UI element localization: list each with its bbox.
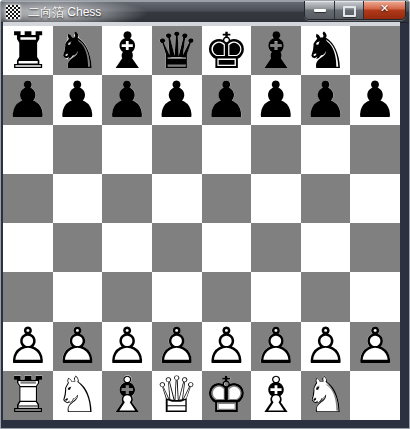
square-f2[interactable]: ♟♙	[251, 322, 301, 371]
black-pawn-glyph: ♟	[3, 75, 53, 124]
piece-black-pawn[interactable]: ♙♟	[301, 75, 351, 124]
white-pawn-glyph: ♙	[53, 322, 103, 371]
piece-white-pawn[interactable]: ♟♙	[3, 322, 53, 371]
piece-white-rook[interactable]: ♜♖	[3, 371, 53, 420]
square-c3[interactable]	[102, 272, 152, 321]
black-rook-glyph: ♜	[3, 26, 53, 75]
black-bishop-glyph: ♝	[251, 26, 301, 75]
square-g3[interactable]	[301, 272, 351, 321]
square-a7[interactable]: ♙♟	[3, 75, 53, 124]
square-f1[interactable]: ♝♗	[251, 371, 301, 420]
minimize-icon	[314, 9, 326, 12]
square-e8[interactable]: ♔♚	[202, 26, 252, 75]
piece-black-bishop[interactable]: ♗♝	[102, 26, 152, 75]
square-f7[interactable]: ♙♟	[251, 75, 301, 124]
white-pawn-glyph: ♙	[3, 322, 53, 371]
square-d5[interactable]	[152, 174, 202, 223]
piece-white-pawn[interactable]: ♟♙	[202, 322, 252, 371]
piece-black-pawn[interactable]: ♙♟	[152, 75, 202, 124]
square-b4[interactable]	[53, 223, 103, 272]
square-a2[interactable]: ♟♙	[3, 322, 53, 371]
close-icon: ✕	[364, 2, 405, 15]
square-h3[interactable]	[350, 272, 400, 321]
square-g4[interactable]	[301, 223, 351, 272]
white-king-glyph: ♔	[202, 371, 252, 420]
piece-white-knight[interactable]: ♞♘	[301, 371, 351, 420]
close-button[interactable]: ✕	[363, 1, 405, 19]
window-title: 二向箔 Chess	[28, 4, 101, 21]
black-bishop-glyph: ♝	[102, 26, 152, 75]
piece-black-queen[interactable]: ♕♛	[152, 26, 202, 75]
square-b8[interactable]: ♘♞	[53, 26, 103, 75]
chess-board: ♖♜♘♞♗♝♕♛♔♚♗♝♘♞♙♟♙♟♙♟♙♟♙♟♙♟♙♟♙♟♟♙♟♙♟♙♟♙♟♙…	[3, 26, 400, 420]
square-c4[interactable]	[102, 223, 152, 272]
square-h2[interactable]: ♟♙	[350, 322, 400, 371]
black-pawn-glyph: ♟	[202, 75, 252, 124]
square-a4[interactable]	[3, 223, 53, 272]
white-pawn-glyph: ♙	[202, 322, 252, 371]
white-knight-glyph: ♘	[53, 371, 103, 420]
piece-white-queen[interactable]: ♛♕	[152, 371, 202, 420]
square-g8[interactable]: ♘♞	[301, 26, 351, 75]
square-g1[interactable]: ♞♘	[301, 371, 351, 420]
piece-black-knight[interactable]: ♘♞	[53, 26, 103, 75]
piece-white-pawn[interactable]: ♟♙	[301, 322, 351, 371]
square-d7[interactable]: ♙♟	[152, 75, 202, 124]
black-king-glyph: ♚	[202, 26, 252, 75]
square-h6[interactable]	[350, 125, 400, 174]
square-g2[interactable]: ♟♙	[301, 322, 351, 371]
piece-black-pawn[interactable]: ♙♟	[102, 75, 152, 124]
piece-black-king[interactable]: ♔♚	[202, 26, 252, 75]
titlebar[interactable]: 二向箔 Chess ✕	[1, 1, 409, 23]
black-pawn-glyph: ♟	[301, 75, 351, 124]
black-pawn-glyph: ♟	[53, 75, 103, 124]
square-h5[interactable]	[350, 174, 400, 223]
piece-black-pawn[interactable]: ♙♟	[350, 75, 400, 124]
piece-white-bishop[interactable]: ♝♗	[102, 371, 152, 420]
square-a8[interactable]: ♖♜	[3, 26, 53, 75]
square-h4[interactable]	[350, 223, 400, 272]
black-pawn-glyph: ♟	[350, 75, 400, 124]
square-e2[interactable]: ♟♙	[202, 322, 252, 371]
square-b5[interactable]	[53, 174, 103, 223]
square-e1[interactable]: ♚♔	[202, 371, 252, 420]
piece-white-knight[interactable]: ♞♘	[53, 371, 103, 420]
square-g5[interactable]	[301, 174, 351, 223]
square-b1[interactable]: ♞♘	[53, 371, 103, 420]
piece-white-king[interactable]: ♚♔	[202, 371, 252, 420]
square-f3[interactable]	[251, 272, 301, 321]
piece-white-pawn[interactable]: ♟♙	[53, 322, 103, 371]
white-pawn-glyph: ♙	[152, 322, 202, 371]
square-e7[interactable]: ♙♟	[202, 75, 252, 124]
piece-black-pawn[interactable]: ♙♟	[202, 75, 252, 124]
square-c6[interactable]	[102, 125, 152, 174]
square-b2[interactable]: ♟♙	[53, 322, 103, 371]
square-f6[interactable]	[251, 125, 301, 174]
square-c8[interactable]: ♗♝	[102, 26, 152, 75]
square-a1[interactable]: ♜♖	[3, 371, 53, 420]
square-b7[interactable]: ♙♟	[53, 75, 103, 124]
square-d1[interactable]: ♛♕	[152, 371, 202, 420]
piece-black-pawn[interactable]: ♙♟	[53, 75, 103, 124]
square-d4[interactable]	[152, 223, 202, 272]
square-f8[interactable]: ♗♝	[251, 26, 301, 75]
square-f5[interactable]	[251, 174, 301, 223]
black-pawn-glyph: ♟	[102, 75, 152, 124]
piece-black-pawn[interactable]: ♙♟	[251, 75, 301, 124]
square-c5[interactable]	[102, 174, 152, 223]
square-c2[interactable]: ♟♙	[102, 322, 152, 371]
square-h7[interactable]: ♙♟	[350, 75, 400, 124]
white-pawn-glyph: ♙	[251, 322, 301, 371]
piece-white-pawn[interactable]: ♟♙	[102, 322, 152, 371]
black-pawn-glyph: ♟	[251, 75, 301, 124]
square-a5[interactable]	[3, 174, 53, 223]
piece-black-pawn[interactable]: ♙♟	[3, 75, 53, 124]
square-g6[interactable]	[301, 125, 351, 174]
square-f4[interactable]	[251, 223, 301, 272]
square-a3[interactable]	[3, 272, 53, 321]
square-d3[interactable]	[152, 272, 202, 321]
white-bishop-glyph: ♗	[102, 371, 152, 420]
square-e4[interactable]	[202, 223, 252, 272]
square-h8[interactable]	[350, 26, 400, 75]
piece-black-knight[interactable]: ♘♞	[301, 26, 351, 75]
square-g7[interactable]: ♙♟	[301, 75, 351, 124]
black-knight-glyph: ♞	[301, 26, 351, 75]
square-c7[interactable]: ♙♟	[102, 75, 152, 124]
square-e5[interactable]	[202, 174, 252, 223]
white-rook-glyph: ♖	[3, 371, 53, 420]
piece-black-rook[interactable]: ♖♜	[3, 26, 53, 75]
square-d8[interactable]: ♕♛	[152, 26, 202, 75]
black-knight-glyph: ♞	[53, 26, 103, 75]
piece-white-pawn[interactable]: ♟♙	[152, 322, 202, 371]
piece-white-bishop[interactable]: ♝♗	[251, 371, 301, 420]
black-queen-glyph: ♛	[152, 26, 202, 75]
square-b3[interactable]	[53, 272, 103, 321]
square-d2[interactable]: ♟♙	[152, 322, 202, 371]
black-pawn-glyph: ♟	[152, 75, 202, 124]
piece-white-pawn[interactable]: ♟♙	[251, 322, 301, 371]
caption-buttons: ✕	[304, 1, 406, 20]
minimize-button[interactable]	[305, 1, 334, 19]
checkerboard-icon[interactable]	[6, 5, 20, 19]
square-e6[interactable]	[202, 125, 252, 174]
app-window: 二向箔 Chess ✕ ♖♜♘♞♗♝♕♛♔♚♗♝♘♞♙♟♙♟♙♟♙♟♙♟♙♟♙♟…	[0, 0, 410, 429]
piece-black-bishop[interactable]: ♗♝	[251, 26, 301, 75]
white-queen-glyph: ♕	[152, 371, 202, 420]
maximize-button[interactable]	[334, 1, 363, 19]
square-b6[interactable]	[53, 125, 103, 174]
white-pawn-glyph: ♙	[350, 322, 400, 371]
square-a6[interactable]	[3, 125, 53, 174]
piece-white-pawn[interactable]: ♟♙	[350, 322, 400, 371]
white-pawn-glyph: ♙	[102, 322, 152, 371]
maximize-icon	[343, 6, 356, 17]
square-c1[interactable]: ♝♗	[102, 371, 152, 420]
white-pawn-glyph: ♙	[301, 322, 351, 371]
white-knight-glyph: ♘	[301, 371, 351, 420]
square-d6[interactable]	[152, 125, 202, 174]
white-bishop-glyph: ♗	[251, 371, 301, 420]
square-h1[interactable]	[350, 371, 400, 420]
square-e3[interactable]	[202, 272, 252, 321]
